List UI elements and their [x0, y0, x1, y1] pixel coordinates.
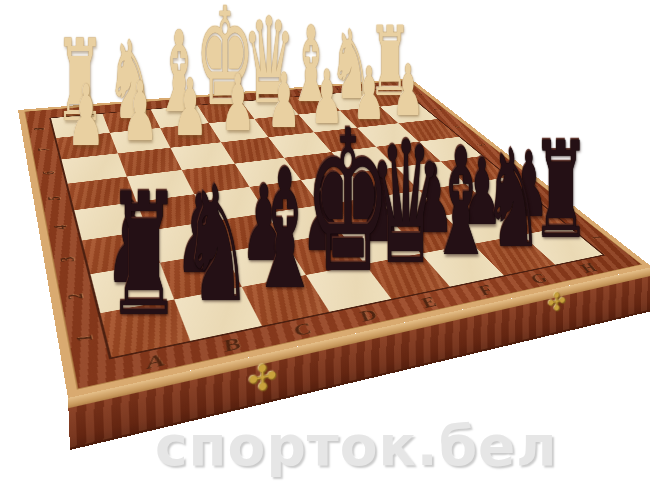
rank-label-left-6: 6 [39, 170, 59, 176]
file-label-near-d: D [354, 306, 381, 326]
product-photo: AABBCCDDEEFFGGHH8877665544332211 ✣ ✣ ♜♞♝… [0, 0, 650, 488]
rank-label-right-5: 5 [474, 143, 488, 147]
rank-label-right-8: 8 [412, 93, 424, 96]
file-label-far-c: C [167, 101, 176, 106]
rank-label-left-2: 2 [63, 291, 89, 301]
rank-label-left-1: 1 [71, 333, 98, 344]
file-label-far-b: B [120, 105, 129, 110]
file-label-near-c: C [290, 319, 315, 340]
file-label-far-f: F [295, 90, 304, 94]
brass-clasp-icon-left: ✣ [248, 358, 278, 399]
file-label-near-f: F [473, 282, 499, 299]
watermark-text: спорток.бел [155, 414, 558, 478]
file-label-near-b: B [219, 334, 244, 356]
file-label-far-h: H [372, 84, 382, 88]
rank-label-right-1: 1 [588, 235, 605, 241]
rank-label-right-6: 6 [451, 125, 464, 128]
rank-label-right-4: 4 [498, 163, 512, 167]
file-label-far-d: D [212, 97, 222, 102]
file-label-near-e: E [416, 293, 442, 311]
file-label-near-h: H [575, 260, 603, 276]
file-label-far-a: A [71, 109, 80, 114]
file-label-far-e: E [255, 93, 264, 98]
rank-label-right-7: 7 [431, 108, 444, 111]
rank-label-left-7: 7 [34, 147, 53, 152]
rank-label-left-4: 4 [49, 224, 72, 231]
rank-label-right-3: 3 [525, 184, 540, 189]
file-label-far-g: G [334, 87, 344, 91]
rank-label-left-8: 8 [30, 127, 48, 131]
rank-label-left-5: 5 [44, 195, 65, 201]
file-label-near-g: G [525, 271, 552, 287]
rank-label-right-2: 2 [555, 208, 571, 213]
brass-clasp-icon-right: ✣ [548, 288, 566, 316]
file-label-near-a: A [143, 350, 167, 373]
rank-label-left-3: 3 [56, 255, 80, 263]
